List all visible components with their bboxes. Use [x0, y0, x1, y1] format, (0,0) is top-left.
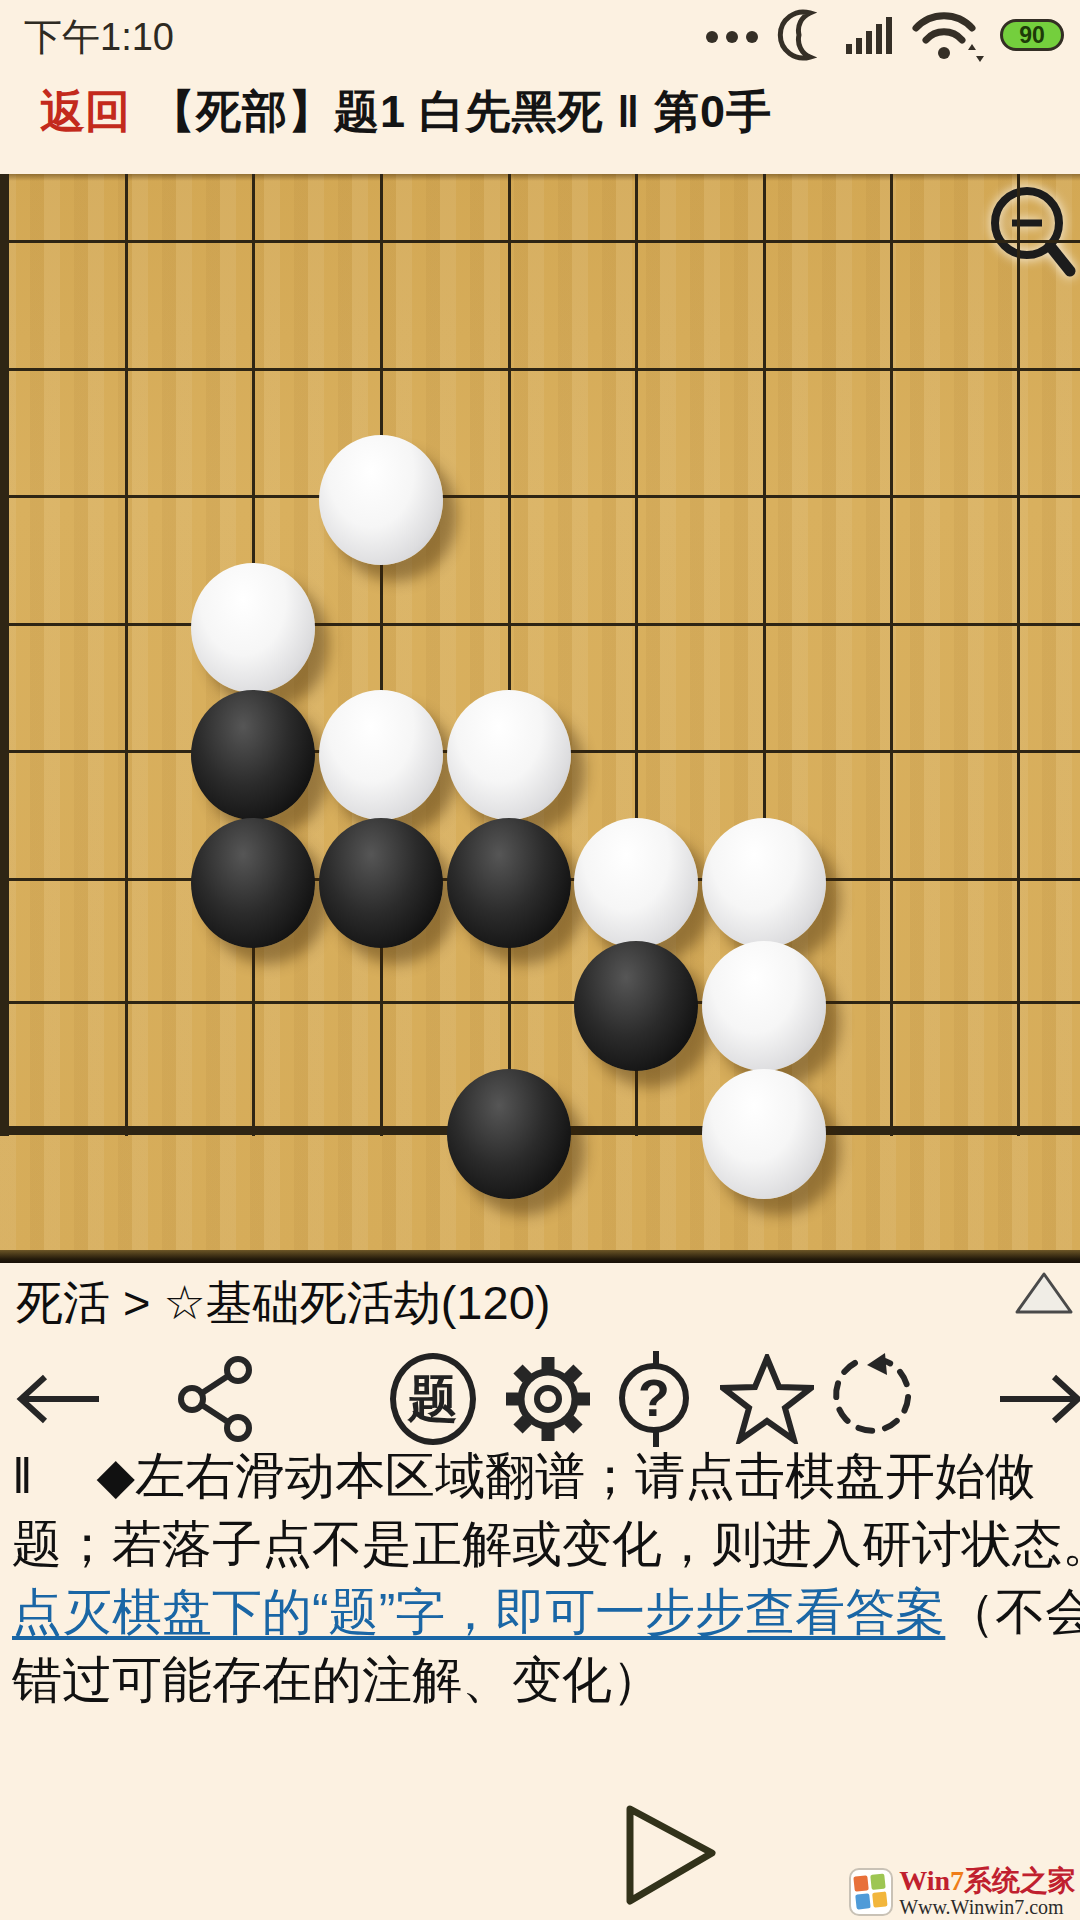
go-board[interactable] [0, 174, 1080, 1263]
status-bar: 下午1:10 90 [0, 0, 1080, 70]
header: 返回 【死部】题1 白先黑死 ‖ 第0手 [0, 72, 1080, 146]
go-stone-white [574, 818, 698, 948]
win7-logo-icon [849, 1868, 893, 1916]
board-grid-line [1017, 174, 1020, 1136]
go-stone-white [702, 818, 826, 948]
problem-badge-button[interactable]: 题 [390, 1353, 476, 1445]
watermark-url: Www.Winwin7.com [899, 1896, 1064, 1918]
more-dots-icon [704, 25, 760, 45]
star-icon[interactable] [720, 1354, 814, 1444]
zoom-out-icon[interactable] [968, 182, 1080, 304]
signal-icon [846, 14, 894, 56]
board-grid-line [0, 368, 1080, 371]
moon-icon [776, 8, 830, 62]
clock: 下午1:10 [24, 12, 174, 63]
board-grid-line [0, 623, 1080, 626]
go-stone-black [191, 690, 315, 820]
instruction-line-2: 题；若落子点不是正解或变化，则进入研讨状态。 [12, 1510, 1068, 1578]
go-stone-white [191, 563, 315, 693]
board-grid-line [380, 174, 383, 1136]
share-icon[interactable] [178, 1356, 254, 1442]
go-stone-black [191, 818, 315, 948]
go-stone-white [319, 435, 443, 565]
watermark-title: Win7系统之家 [899, 1866, 1076, 1896]
go-stone-black [574, 941, 698, 1071]
prev-move-button[interactable] [13, 1363, 105, 1435]
watermark: Win7系统之家 Www.Winwin7.com [849, 1866, 1076, 1918]
go-stone-white [447, 690, 571, 820]
category-bar: 死活 > ☆基础死活劫(120) [0, 1266, 1080, 1340]
go-stone-black [319, 818, 443, 948]
collapse-panel-icon[interactable] [1014, 1270, 1074, 1316]
go-stone-white [319, 690, 443, 820]
back-button[interactable]: 返回 [40, 82, 130, 142]
instructions-panel[interactable]: ‖ ◆左右滑动本区域翻谱；请点击棋盘开始做 题；若落子点不是正解或变化，则进入研… [12, 1442, 1068, 1714]
problem-badge-label: 题 [408, 1366, 458, 1433]
instruction-line-3: 点灭棋盘下的“题”字，即可一步步查看答案（不会 [12, 1578, 1068, 1646]
go-stone-white [702, 1069, 826, 1199]
instruction-line-1: ‖ ◆左右滑动本区域翻谱；请点击棋盘开始做 [12, 1442, 1068, 1510]
page-title: 【死部】题1 白先黑死 ‖ 第0手 [150, 82, 772, 142]
board-left-border [0, 174, 9, 1136]
battery-percent: 90 [1019, 22, 1045, 49]
battery-indicator: 90 [1000, 19, 1064, 51]
go-stone-black [447, 818, 571, 948]
board-grid-line [0, 240, 1080, 243]
board-grid-line [0, 495, 1080, 498]
answer-link[interactable]: 点灭棋盘下的“题”字，即可一步步查看答案 [12, 1584, 945, 1640]
help-question-mark: ? [619, 1363, 689, 1433]
go-stone-white [702, 941, 826, 1071]
board-grid-line [890, 174, 893, 1136]
next-move-button[interactable] [994, 1363, 1080, 1435]
board-grid-line [125, 174, 128, 1136]
board-bottom-edge [0, 1250, 1080, 1263]
gear-icon[interactable] [500, 1351, 596, 1447]
board-grid-line [0, 1001, 1080, 1004]
help-button[interactable]: ? [617, 1351, 695, 1447]
play-button[interactable] [622, 1799, 722, 1911]
go-stone-black [447, 1069, 571, 1199]
board-grid-line [508, 174, 511, 1136]
undo-icon[interactable] [825, 1353, 913, 1445]
toolbar: 题 ? [0, 1344, 1080, 1454]
wifi-icon [910, 6, 984, 64]
breadcrumb[interactable]: 死活 > ☆基础死活劫(120) [16, 1272, 550, 1335]
instruction-line-4: 错过可能存在的注解、变化） [12, 1646, 1068, 1714]
